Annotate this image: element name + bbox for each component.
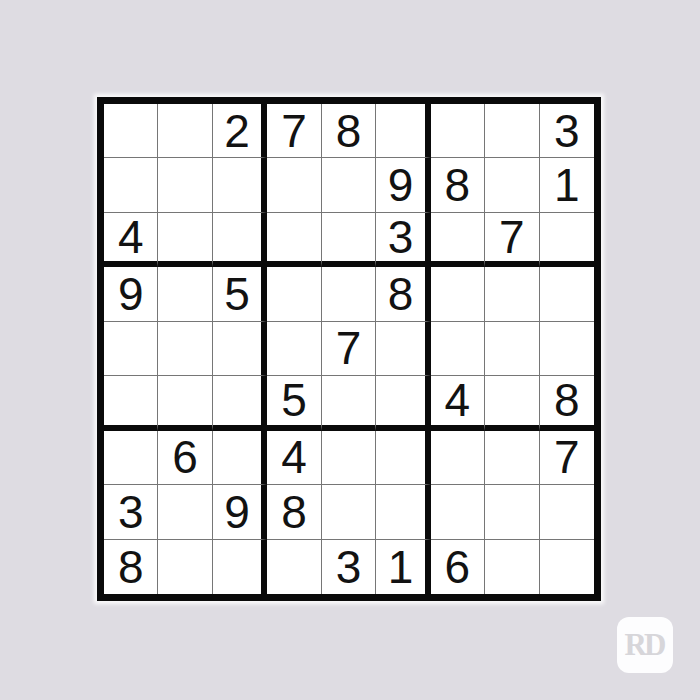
sudoku-cell: 9 <box>104 267 158 321</box>
sudoku-cell <box>322 267 376 321</box>
sudoku-cell <box>540 485 594 539</box>
sudoku-cell: 5 <box>267 376 321 430</box>
sudoku-cell: 8 <box>322 104 376 158</box>
sudoku-cell: 8 <box>376 267 430 321</box>
sudoku-cell <box>540 213 594 267</box>
sudoku-cell <box>213 158 267 212</box>
sudoku-cell: 7 <box>267 104 321 158</box>
sudoku-cell <box>540 322 594 376</box>
sudoku-cell <box>213 431 267 485</box>
sudoku-cell <box>376 376 430 430</box>
sudoku-cell <box>267 158 321 212</box>
sudoku-cell <box>485 267 539 321</box>
sudoku-cell <box>322 158 376 212</box>
sudoku-cell <box>104 431 158 485</box>
sudoku-cell <box>104 158 158 212</box>
sudoku-cell <box>540 267 594 321</box>
sudoku-cell: 7 <box>540 431 594 485</box>
sudoku-cell: 8 <box>540 376 594 430</box>
sudoku-board: 278398143795875486473988316 <box>97 97 601 601</box>
sudoku-cell <box>485 376 539 430</box>
sudoku-cell <box>158 267 212 321</box>
sudoku-cell <box>213 213 267 267</box>
sudoku-cell <box>267 267 321 321</box>
sudoku-cell <box>485 104 539 158</box>
sudoku-cell <box>322 485 376 539</box>
sudoku-cell <box>431 104 485 158</box>
sudoku-cell <box>540 540 594 594</box>
sudoku-cell <box>104 376 158 430</box>
sudoku-cell <box>376 485 430 539</box>
sudoku-cell <box>485 158 539 212</box>
sudoku-cell <box>158 376 212 430</box>
sudoku-cell: 3 <box>322 540 376 594</box>
sudoku-cell <box>431 267 485 321</box>
sudoku-cell <box>158 158 212 212</box>
sudoku-cell <box>431 322 485 376</box>
sudoku-cell <box>322 431 376 485</box>
sudoku-cell <box>376 104 430 158</box>
sudoku-cell <box>104 104 158 158</box>
sudoku-cell <box>104 322 158 376</box>
sudoku-cell: 9 <box>213 485 267 539</box>
sudoku-cell <box>213 376 267 430</box>
sudoku-cell <box>485 485 539 539</box>
sudoku-cell <box>431 431 485 485</box>
sudoku-cell <box>431 485 485 539</box>
sudoku-cell: 9 <box>376 158 430 212</box>
sudoku-cell: 8 <box>104 540 158 594</box>
sudoku-cell: 6 <box>431 540 485 594</box>
sudoku-cell: 6 <box>158 431 212 485</box>
sudoku-cell <box>376 322 430 376</box>
sudoku-cell <box>158 485 212 539</box>
rd-logo-text: RD <box>625 627 664 663</box>
sudoku-cell: 3 <box>540 104 594 158</box>
sudoku-cell: 4 <box>431 376 485 430</box>
sudoku-cell: 2 <box>213 104 267 158</box>
sudoku-cell <box>376 431 430 485</box>
sudoku-cell <box>158 322 212 376</box>
sudoku-cell: 3 <box>104 485 158 539</box>
sudoku-cell <box>431 213 485 267</box>
sudoku-cell: 8 <box>267 485 321 539</box>
sudoku-cell: 7 <box>485 213 539 267</box>
sudoku-cell: 8 <box>431 158 485 212</box>
sudoku-cell: 1 <box>540 158 594 212</box>
sudoku-cell <box>485 431 539 485</box>
sudoku-cell <box>322 376 376 430</box>
sudoku-cell <box>213 322 267 376</box>
sudoku-cell <box>267 540 321 594</box>
sudoku-cell <box>267 213 321 267</box>
sudoku-cell: 3 <box>376 213 430 267</box>
page-background: 278398143795875486473988316 RD <box>0 0 700 700</box>
sudoku-cell: 7 <box>322 322 376 376</box>
sudoku-cell <box>267 322 321 376</box>
sudoku-cell <box>485 322 539 376</box>
sudoku-cell: 1 <box>376 540 430 594</box>
sudoku-cell <box>158 104 212 158</box>
sudoku-cell: 5 <box>213 267 267 321</box>
rd-logo-badge: RD <box>617 617 673 673</box>
sudoku-cell <box>213 540 267 594</box>
sudoku-cell: 4 <box>104 213 158 267</box>
sudoku-cell <box>322 213 376 267</box>
sudoku-cell <box>158 540 212 594</box>
sudoku-cell <box>485 540 539 594</box>
sudoku-cell: 4 <box>267 431 321 485</box>
sudoku-cell <box>158 213 212 267</box>
